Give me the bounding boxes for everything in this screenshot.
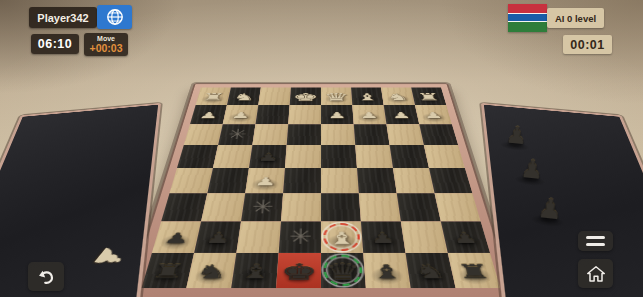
- white-king-e1[interactable]: ♚: [290, 91, 321, 103]
- square-c2[interactable]: ♟: [352, 105, 386, 124]
- white-knight-g1[interactable]: ♞: [228, 91, 261, 103]
- piece-shadow: [192, 267, 229, 285]
- captured-black-pawn: ♟: [509, 151, 555, 186]
- square-e8[interactable]: ♚: [276, 253, 321, 288]
- square-d4[interactable]: [321, 145, 357, 168]
- square-a2[interactable]: ♟: [415, 105, 452, 124]
- piece-shadow: [449, 234, 485, 250]
- square-g4[interactable]: [213, 145, 252, 168]
- black-knight-g8[interactable]: ♞: [187, 259, 235, 283]
- square-d7[interactable]: ♝: [321, 221, 363, 252]
- piece-shadow: [413, 267, 450, 285]
- square-h7[interactable]: ♟: [152, 221, 201, 252]
- piece-shadow: [456, 267, 494, 285]
- menu-bars-icon: [586, 236, 605, 239]
- capture-target-ring: [323, 223, 361, 251]
- opponent-name: AI 0 level: [555, 13, 596, 24]
- square-g2[interactable]: ♟: [223, 105, 259, 124]
- white-pawn-g2[interactable]: ♟: [223, 109, 257, 122]
- black-pawn-a7[interactable]: ♟: [442, 227, 489, 248]
- home-icon: [587, 265, 605, 282]
- square-h4[interactable]: [177, 145, 218, 168]
- square-h5[interactable]: [169, 168, 213, 193]
- snowflake-decor-icon: ✳: [279, 221, 321, 252]
- white-bishop-c1[interactable]: ♝: [351, 91, 383, 103]
- square-c8[interactable]: ♝: [363, 253, 411, 288]
- square-f3[interactable]: [252, 124, 288, 145]
- square-f8[interactable]: ♝: [231, 253, 279, 288]
- white-rook-a1[interactable]: ♜: [412, 91, 446, 103]
- square-g5[interactable]: [207, 168, 249, 193]
- gambia-flag: [508, 4, 547, 32]
- square-e6[interactable]: [281, 193, 321, 221]
- white-queen-d1[interactable]: ♛: [321, 91, 352, 103]
- piece-shadow: [282, 267, 316, 285]
- black-pawn-h7[interactable]: ♟: [153, 227, 200, 248]
- white-pawn-d2[interactable]: ♟: [321, 109, 354, 122]
- square-d5[interactable]: [321, 168, 359, 193]
- square-a3[interactable]: [419, 124, 458, 145]
- piece-shadow: [326, 234, 358, 250]
- move-increment-value: +00:03: [90, 43, 123, 54]
- black-king-e8[interactable]: ♚: [276, 259, 321, 283]
- square-b7[interactable]: [401, 221, 448, 252]
- square-c4[interactable]: [355, 145, 393, 168]
- black-pawn-f4[interactable]: ♟: [249, 149, 286, 164]
- piece-shadow: [200, 234, 235, 250]
- snowflake-decor-icon: ✳: [218, 124, 255, 145]
- square-f2[interactable]: [255, 105, 289, 124]
- captured-black-pawn: ♟: [495, 119, 538, 151]
- black-knight-b8[interactable]: ♞: [407, 259, 455, 283]
- square-h6[interactable]: [161, 193, 207, 221]
- square-f1[interactable]: [258, 88, 291, 106]
- square-e7[interactable]: ✳: [279, 221, 321, 252]
- undo-button[interactable]: [28, 262, 64, 291]
- player-clock: 06:10: [31, 34, 79, 54]
- piece-shadow: [148, 267, 186, 285]
- chess-app-screen: ♜♞♚♛♝♞♜♟♟♟♟♟♟✳♟♟✳♟♟✳♝♟♟♜♞♝♚♛♝♞♜ ♟ ♟♟♟ Pl…: [0, 0, 643, 297]
- captured-tray-right: ♟♟♟: [481, 103, 643, 297]
- square-d2[interactable]: ♟: [321, 105, 354, 124]
- white-pawn-f5[interactable]: ♟: [246, 173, 285, 190]
- square-e4[interactable]: [285, 145, 321, 168]
- black-pawn-g7[interactable]: ♟: [195, 227, 240, 248]
- black-rook-h8[interactable]: ♜: [143, 259, 193, 283]
- player-name-badge: Player342: [29, 7, 97, 28]
- square-a1[interactable]: ♜: [411, 88, 446, 106]
- black-bishop-c8[interactable]: ♝: [364, 259, 410, 283]
- square-f4[interactable]: ♟: [249, 145, 287, 168]
- square-b5[interactable]: [393, 168, 435, 193]
- opponent-clock: 00:01: [563, 35, 612, 54]
- piece-shadow: [367, 234, 400, 250]
- piece-shadow: [237, 267, 272, 285]
- square-f6[interactable]: ✳: [241, 193, 283, 221]
- square-d3[interactable]: [321, 124, 355, 145]
- square-c5[interactable]: [357, 168, 397, 193]
- square-d6[interactable]: [321, 193, 361, 221]
- captured-tray-left: ♟: [0, 103, 161, 297]
- square-e5[interactable]: [283, 168, 321, 193]
- square-d8[interactable]: ♛: [321, 253, 366, 288]
- square-e1[interactable]: ♚: [290, 88, 321, 106]
- move-increment-badge: Move +00:03: [84, 33, 128, 56]
- square-b2[interactable]: ♟: [384, 105, 420, 124]
- square-g6[interactable]: [201, 193, 245, 221]
- black-rook-a8[interactable]: ♜: [449, 259, 499, 283]
- square-e3[interactable]: [287, 124, 321, 145]
- square-d1[interactable]: ♛: [321, 88, 352, 106]
- square-h8[interactable]: ♜: [141, 253, 194, 288]
- player-name: Player342: [37, 12, 88, 24]
- square-e2[interactable]: [288, 105, 321, 124]
- white-pawn-b2[interactable]: ♟: [384, 109, 418, 122]
- square-h2[interactable]: ♟: [190, 105, 227, 124]
- piece-shadow: [158, 234, 194, 250]
- black-pawn-c7[interactable]: ♟: [361, 227, 405, 248]
- square-g8[interactable]: ♞: [186, 253, 236, 288]
- opponent-name-badge: AI 0 level: [547, 8, 604, 28]
- white-knight-b1[interactable]: ♞: [382, 91, 415, 103]
- globe-icon: [106, 8, 124, 26]
- selected-piece-ring: [323, 255, 363, 286]
- square-g3[interactable]: ✳: [218, 124, 255, 145]
- undo-arrow-icon: [36, 268, 56, 286]
- square-h1[interactable]: ♜: [196, 88, 231, 106]
- captured-black-pawn: ♟: [525, 189, 575, 227]
- move-label: Move: [97, 35, 115, 42]
- square-a4[interactable]: [424, 145, 465, 168]
- square-g1[interactable]: ♞: [227, 88, 261, 106]
- white-pawn-c2[interactable]: ♟: [353, 109, 386, 122]
- square-f7[interactable]: [236, 221, 281, 252]
- square-b4[interactable]: [390, 145, 429, 168]
- piece-shadow: [370, 267, 405, 285]
- black-bishop-f8[interactable]: ♝: [232, 259, 278, 283]
- square-a6[interactable]: [435, 193, 481, 221]
- snowflake-decor-icon: ✳: [241, 193, 283, 221]
- white-bishop-d7[interactable]: ♝: [321, 227, 363, 248]
- square-g7[interactable]: ♟: [194, 221, 241, 252]
- white-pawn-h2[interactable]: ♟: [191, 109, 226, 122]
- piece-shadow: [326, 267, 360, 285]
- square-h3[interactable]: [184, 124, 223, 145]
- black-queen-d8[interactable]: ♛: [321, 259, 366, 283]
- square-c3[interactable]: [354, 124, 390, 145]
- square-c1[interactable]: ♝: [351, 88, 384, 106]
- square-c6[interactable]: [359, 193, 401, 221]
- square-f5[interactable]: ♟: [245, 168, 285, 193]
- square-a5[interactable]: [429, 168, 473, 193]
- square-b1[interactable]: ♞: [381, 88, 415, 106]
- home-button[interactable]: [578, 259, 613, 288]
- square-c7[interactable]: ♟: [361, 221, 406, 252]
- captured-white-pawn: ♟: [85, 243, 133, 274]
- menu-button[interactable]: [578, 231, 613, 251]
- square-b6[interactable]: [397, 193, 441, 221]
- chess-board[interactable]: ♜♞♚♛♝♞♜♟♟♟♟♟♟✳♟♟✳♟♟✳♝♟♟♜♞♝♚♛♝♞♜: [141, 88, 500, 289]
- white-pawn-a2[interactable]: ♟: [416, 109, 451, 122]
- white-rook-h1[interactable]: ♜: [196, 91, 230, 103]
- online-globe-button[interactable]: [97, 5, 132, 29]
- square-b3[interactable]: [387, 124, 424, 145]
